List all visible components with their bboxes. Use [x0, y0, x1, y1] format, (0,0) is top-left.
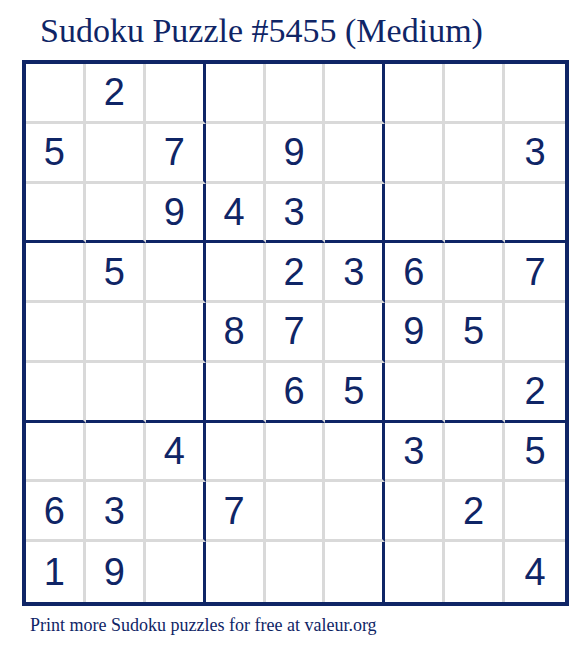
- sudoku-cell-r6c1: [26, 363, 86, 423]
- sudoku-cell-r5c8: 5: [445, 303, 505, 363]
- sudoku-cell-r9c7: [385, 542, 445, 602]
- sudoku-cell-r7c2: [86, 423, 146, 483]
- sudoku-cell-r7c7: 3: [385, 423, 445, 483]
- sudoku-cell-r3c4: 4: [206, 184, 266, 244]
- footer-text: Print more Sudoku puzzles for free at va…: [30, 615, 377, 636]
- sudoku-cell-r2c5: 9: [266, 124, 326, 184]
- sudoku-cell-r9c8: [445, 542, 505, 602]
- sudoku-cell-r7c4: [206, 423, 266, 483]
- sudoku-cell-r3c2: [86, 184, 146, 244]
- sudoku-cell-r4c1: [26, 243, 86, 303]
- sudoku-cell-r1c8: [445, 64, 505, 124]
- sudoku-cell-r2c1: 5: [26, 124, 86, 184]
- sudoku-cell-r3c1: [26, 184, 86, 244]
- sudoku-cell-r1c1: [26, 64, 86, 124]
- sudoku-cell-r2c6: [325, 124, 385, 184]
- sudoku-cell-r6c9: 2: [505, 363, 565, 423]
- sudoku-cell-r4c6: 3: [325, 243, 385, 303]
- sudoku-cell-r9c4: [206, 542, 266, 602]
- sudoku-cell-r5c6: [325, 303, 385, 363]
- sudoku-cell-r1c5: [266, 64, 326, 124]
- sudoku-cell-r1c9: [505, 64, 565, 124]
- sudoku-cell-r3c8: [445, 184, 505, 244]
- sudoku-cell-r4c5: 2: [266, 243, 326, 303]
- sudoku-cell-r8c3: [146, 482, 206, 542]
- sudoku-cell-r7c9: 5: [505, 423, 565, 483]
- sudoku-cell-r3c3: 9: [146, 184, 206, 244]
- sudoku-cell-r2c8: [445, 124, 505, 184]
- sudoku-cell-r6c7: [385, 363, 445, 423]
- sudoku-cell-r1c6: [325, 64, 385, 124]
- sudoku-cell-r5c9: [505, 303, 565, 363]
- sudoku-cell-r7c1: [26, 423, 86, 483]
- sudoku-cell-r2c9: 3: [505, 124, 565, 184]
- sudoku-cell-r6c6: 5: [325, 363, 385, 423]
- sudoku-cell-r2c7: [385, 124, 445, 184]
- sudoku-cell-r3c9: [505, 184, 565, 244]
- sudoku-cell-r4c8: [445, 243, 505, 303]
- sudoku-cell-r8c8: 2: [445, 482, 505, 542]
- sudoku-cell-r9c1: 1: [26, 542, 86, 602]
- sudoku-cell-r1c4: [206, 64, 266, 124]
- sudoku-cell-r8c6: [325, 482, 385, 542]
- page-title: Sudoku Puzzle #5455 (Medium): [40, 12, 483, 50]
- sudoku-cell-r1c7: [385, 64, 445, 124]
- sudoku-cell-r4c2: 5: [86, 243, 146, 303]
- sudoku-cell-r5c4: 8: [206, 303, 266, 363]
- sudoku-cell-r5c1: [26, 303, 86, 363]
- sudoku-cell-r8c2: 3: [86, 482, 146, 542]
- sudoku-cell-r4c3: [146, 243, 206, 303]
- sudoku-cell-r6c5: 6: [266, 363, 326, 423]
- sudoku-board: 257939435236787956524356372194: [22, 60, 569, 606]
- sudoku-cell-r8c9: [505, 482, 565, 542]
- sudoku-cell-r8c7: [385, 482, 445, 542]
- sudoku-cell-r9c6: [325, 542, 385, 602]
- sudoku-cell-r3c7: [385, 184, 445, 244]
- sudoku-cell-r6c4: [206, 363, 266, 423]
- sudoku-cell-r4c7: 6: [385, 243, 445, 303]
- sudoku-cell-r3c5: 3: [266, 184, 326, 244]
- sudoku-cell-r6c2: [86, 363, 146, 423]
- sudoku-cell-r8c1: 6: [26, 482, 86, 542]
- sudoku-cell-r3c6: [325, 184, 385, 244]
- sudoku-cell-r5c7: 9: [385, 303, 445, 363]
- sudoku-cell-r4c4: [206, 243, 266, 303]
- sudoku-cell-r9c5: [266, 542, 326, 602]
- sudoku-cell-r7c5: [266, 423, 326, 483]
- sudoku-cell-r2c3: 7: [146, 124, 206, 184]
- sudoku-cell-r5c5: 7: [266, 303, 326, 363]
- sudoku-cell-r5c2: [86, 303, 146, 363]
- sudoku-cell-r1c2: 2: [86, 64, 146, 124]
- sudoku-cell-r2c4: [206, 124, 266, 184]
- sudoku-cell-r7c6: [325, 423, 385, 483]
- sudoku-cell-r7c8: [445, 423, 505, 483]
- sudoku-cell-r6c8: [445, 363, 505, 423]
- page: Sudoku Puzzle #5455 (Medium) 25793943523…: [0, 0, 574, 651]
- sudoku-cell-r4c9: 7: [505, 243, 565, 303]
- sudoku-cell-r8c4: 7: [206, 482, 266, 542]
- sudoku-cell-r1c3: [146, 64, 206, 124]
- sudoku-cell-r7c3: 4: [146, 423, 206, 483]
- sudoku-cell-r8c5: [266, 482, 326, 542]
- sudoku-cell-r9c9: 4: [505, 542, 565, 602]
- sudoku-cell-r9c2: 9: [86, 542, 146, 602]
- sudoku-cell-r5c3: [146, 303, 206, 363]
- sudoku-cell-r2c2: [86, 124, 146, 184]
- sudoku-cell-r6c3: [146, 363, 206, 423]
- sudoku-cell-r9c3: [146, 542, 206, 602]
